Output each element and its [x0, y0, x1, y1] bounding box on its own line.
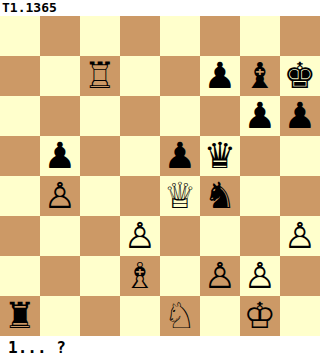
square-d7[interactable] [120, 56, 160, 96]
piece-white-knight: ♘ [164, 296, 196, 336]
square-d1[interactable] [120, 296, 160, 336]
square-g7[interactable]: ♝ [240, 56, 280, 96]
square-b6[interactable] [40, 96, 80, 136]
piece-black-pawn: ♟ [204, 56, 236, 96]
piece-white-king: ♔ [244, 296, 276, 336]
square-g4[interactable] [240, 176, 280, 216]
square-h7[interactable]: ♚ [280, 56, 320, 96]
piece-black-pawn: ♟ [284, 96, 316, 136]
piece-white-rook: ♖ [84, 56, 116, 96]
move-prompt: 1... ? [0, 336, 320, 360]
square-e6[interactable] [160, 96, 200, 136]
piece-black-king: ♚ [284, 56, 316, 96]
square-h5[interactable] [280, 136, 320, 176]
square-e2[interactable] [160, 256, 200, 296]
square-b4[interactable]: ♙ [40, 176, 80, 216]
square-h2[interactable] [280, 256, 320, 296]
square-d8[interactable] [120, 16, 160, 56]
square-c2[interactable] [80, 256, 120, 296]
square-f4[interactable]: ♞ [200, 176, 240, 216]
square-c7[interactable]: ♖ [80, 56, 120, 96]
square-g5[interactable] [240, 136, 280, 176]
square-g8[interactable] [240, 16, 280, 56]
square-f3[interactable] [200, 216, 240, 256]
square-h4[interactable] [280, 176, 320, 216]
square-e3[interactable] [160, 216, 200, 256]
square-b8[interactable] [40, 16, 80, 56]
square-e7[interactable] [160, 56, 200, 96]
square-b1[interactable] [40, 296, 80, 336]
square-c1[interactable] [80, 296, 120, 336]
piece-black-queen: ♛ [204, 136, 236, 176]
square-d5[interactable] [120, 136, 160, 176]
piece-black-bishop: ♝ [244, 56, 276, 96]
square-a8[interactable] [0, 16, 40, 56]
square-c5[interactable] [80, 136, 120, 176]
square-h1[interactable] [280, 296, 320, 336]
square-f8[interactable] [200, 16, 240, 56]
square-c3[interactable] [80, 216, 120, 256]
square-b5[interactable]: ♟ [40, 136, 80, 176]
square-f2[interactable]: ♙ [200, 256, 240, 296]
square-c8[interactable] [80, 16, 120, 56]
square-d4[interactable] [120, 176, 160, 216]
square-e5[interactable]: ♟ [160, 136, 200, 176]
square-e8[interactable] [160, 16, 200, 56]
square-f7[interactable]: ♟ [200, 56, 240, 96]
square-f5[interactable]: ♛ [200, 136, 240, 176]
piece-black-pawn: ♟ [44, 136, 76, 176]
square-b3[interactable] [40, 216, 80, 256]
piece-white-queen: ♕ [164, 176, 196, 216]
square-a4[interactable] [0, 176, 40, 216]
piece-black-rook: ♜ [4, 296, 36, 336]
square-g6[interactable]: ♟ [240, 96, 280, 136]
square-c6[interactable] [80, 96, 120, 136]
square-a2[interactable] [0, 256, 40, 296]
piece-white-pawn: ♙ [244, 256, 276, 296]
square-e1[interactable]: ♘ [160, 296, 200, 336]
square-g1[interactable]: ♔ [240, 296, 280, 336]
square-h8[interactable] [280, 16, 320, 56]
square-a7[interactable] [0, 56, 40, 96]
piece-black-pawn: ♟ [164, 136, 196, 176]
square-a5[interactable] [0, 136, 40, 176]
square-g2[interactable]: ♙ [240, 256, 280, 296]
square-g3[interactable] [240, 216, 280, 256]
square-h3[interactable]: ♙ [280, 216, 320, 256]
square-a1[interactable]: ♜ [0, 296, 40, 336]
square-h6[interactable]: ♟ [280, 96, 320, 136]
square-d3[interactable]: ♙ [120, 216, 160, 256]
square-b7[interactable] [40, 56, 80, 96]
square-b2[interactable] [40, 256, 80, 296]
piece-white-pawn: ♙ [44, 176, 76, 216]
square-d6[interactable] [120, 96, 160, 136]
square-d2[interactable]: ♗ [120, 256, 160, 296]
square-f1[interactable] [200, 296, 240, 336]
piece-white-pawn: ♙ [124, 216, 156, 256]
piece-black-pawn: ♟ [244, 96, 276, 136]
chess-puzzle-window: T1.1365 ♖♟♝♚♟♟♟♟♛♙♕♞♙♙♗♙♙♜♘♔ 1... ? [0, 0, 320, 360]
piece-white-pawn: ♙ [284, 216, 316, 256]
piece-white-bishop: ♗ [124, 256, 156, 296]
square-a6[interactable] [0, 96, 40, 136]
piece-black-knight: ♞ [204, 176, 236, 216]
piece-white-pawn: ♙ [204, 256, 236, 296]
square-c4[interactable] [80, 176, 120, 216]
chess-board: ♖♟♝♚♟♟♟♟♛♙♕♞♙♙♗♙♙♜♘♔ [0, 16, 320, 336]
square-f6[interactable] [200, 96, 240, 136]
square-e4[interactable]: ♕ [160, 176, 200, 216]
square-a3[interactable] [0, 216, 40, 256]
puzzle-title: T1.1365 [0, 0, 320, 16]
